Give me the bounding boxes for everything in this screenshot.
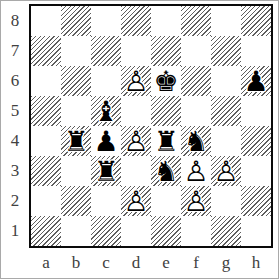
square-f6[interactable]	[181, 66, 211, 96]
square-b4[interactable]: ♜♜	[61, 126, 91, 156]
square-c5[interactable]: ♝♝	[91, 96, 121, 126]
square-g3[interactable]: ♟♙	[211, 156, 241, 186]
square-f2[interactable]: ♟♙	[181, 186, 211, 216]
square-b2[interactable]	[61, 186, 91, 216]
square-g5[interactable]	[211, 96, 241, 126]
black-knight-f4: ♞	[181, 126, 211, 156]
square-h5[interactable]	[241, 96, 271, 126]
square-c3[interactable]: ♜♜	[91, 156, 121, 186]
square-g4[interactable]	[211, 126, 241, 156]
square-d8[interactable]	[121, 6, 151, 36]
square-b8[interactable]	[61, 6, 91, 36]
square-h2[interactable]	[241, 186, 271, 216]
square-c4[interactable]: ♟♟	[91, 126, 121, 156]
square-e8[interactable]	[151, 6, 181, 36]
square-e1[interactable]	[151, 216, 181, 246]
black-rook-c3: ♜	[91, 156, 121, 186]
white-pawn-g3: ♙	[211, 156, 241, 186]
rank-label-2: 2	[1, 186, 29, 216]
square-b3[interactable]	[61, 156, 91, 186]
rank-label-7: 7	[1, 36, 29, 66]
square-g2[interactable]	[211, 186, 241, 216]
square-e3[interactable]: ♞♞	[151, 156, 181, 186]
square-c8[interactable]	[91, 6, 121, 36]
square-a4[interactable]	[31, 126, 61, 156]
file-label-d: d	[121, 250, 151, 276]
rank-label-8: 8	[1, 6, 29, 36]
file-label-a: a	[31, 250, 61, 276]
square-e6[interactable]: ♚♚	[151, 66, 181, 96]
rank-labels: 87654321	[1, 6, 29, 246]
white-pawn-d2: ♙	[121, 186, 151, 216]
square-f7[interactable]	[181, 36, 211, 66]
file-label-c: c	[91, 250, 121, 276]
square-d4[interactable]: ♟♙	[121, 126, 151, 156]
black-knight-e3: ♞	[151, 156, 181, 186]
black-king-e6: ♚	[151, 66, 181, 96]
square-a1[interactable]	[31, 216, 61, 246]
file-label-b: b	[61, 250, 91, 276]
rank-label-4: 4	[1, 126, 29, 156]
chess-diagram: 87654321 ♟♙♚♚♟♟♝♝♜♜♟♟♟♙♜♜♞♞♜♜♞♞♟♙♟♙♟♙♟♙ …	[0, 0, 279, 279]
rank-label-6: 6	[1, 66, 29, 96]
square-a7[interactable]	[31, 36, 61, 66]
square-g8[interactable]	[211, 6, 241, 36]
square-h3[interactable]	[241, 156, 271, 186]
square-c2[interactable]	[91, 186, 121, 216]
file-label-g: g	[211, 250, 241, 276]
square-f5[interactable]	[181, 96, 211, 126]
square-g1[interactable]	[211, 216, 241, 246]
square-b5[interactable]	[61, 96, 91, 126]
square-b6[interactable]	[61, 66, 91, 96]
square-e2[interactable]	[151, 186, 181, 216]
black-pawn-c4: ♟	[91, 126, 121, 156]
square-a6[interactable]	[31, 66, 61, 96]
square-d2[interactable]: ♟♙	[121, 186, 151, 216]
square-h6[interactable]: ♟♟	[241, 66, 271, 96]
file-label-e: e	[151, 250, 181, 276]
square-f4[interactable]: ♞♞	[181, 126, 211, 156]
black-bishop-c5: ♝	[91, 96, 121, 126]
square-h8[interactable]	[241, 6, 271, 36]
square-c1[interactable]	[91, 216, 121, 246]
square-e4[interactable]: ♜♜	[151, 126, 181, 156]
white-pawn-f3: ♙	[181, 156, 211, 186]
square-d7[interactable]	[121, 36, 151, 66]
white-pawn-f2: ♙	[181, 186, 211, 216]
black-pawn-h6: ♟	[241, 66, 271, 96]
board: ♟♙♚♚♟♟♝♝♜♜♟♟♟♙♜♜♞♞♜♜♞♞♟♙♟♙♟♙♟♙	[29, 4, 273, 248]
rank-label-3: 3	[1, 156, 29, 186]
square-f8[interactable]	[181, 6, 211, 36]
square-d5[interactable]	[121, 96, 151, 126]
white-pawn-d4: ♙	[121, 126, 151, 156]
square-b7[interactable]	[61, 36, 91, 66]
square-g6[interactable]	[211, 66, 241, 96]
square-e5[interactable]	[151, 96, 181, 126]
black-rook-b4: ♜	[61, 126, 91, 156]
rank-label-1: 1	[1, 216, 29, 246]
black-rook-e4: ♜	[151, 126, 181, 156]
square-d6[interactable]: ♟♙	[121, 66, 151, 96]
square-a2[interactable]	[31, 186, 61, 216]
square-f3[interactable]: ♟♙	[181, 156, 211, 186]
file-label-h: h	[241, 250, 271, 276]
square-g7[interactable]	[211, 36, 241, 66]
file-labels: abcdefgh	[31, 250, 271, 276]
square-h7[interactable]	[241, 36, 271, 66]
square-b1[interactable]	[61, 216, 91, 246]
square-f1[interactable]	[181, 216, 211, 246]
rank-label-5: 5	[1, 96, 29, 126]
square-h4[interactable]	[241, 126, 271, 156]
file-label-f: f	[181, 250, 211, 276]
square-c7[interactable]	[91, 36, 121, 66]
square-d1[interactable]	[121, 216, 151, 246]
white-pawn-d6: ♙	[121, 66, 151, 96]
square-a3[interactable]	[31, 156, 61, 186]
square-d3[interactable]	[121, 156, 151, 186]
square-h1[interactable]	[241, 216, 271, 246]
square-c6[interactable]	[91, 66, 121, 96]
square-e7[interactable]	[151, 36, 181, 66]
square-a5[interactable]	[31, 96, 61, 126]
square-a8[interactable]	[31, 6, 61, 36]
